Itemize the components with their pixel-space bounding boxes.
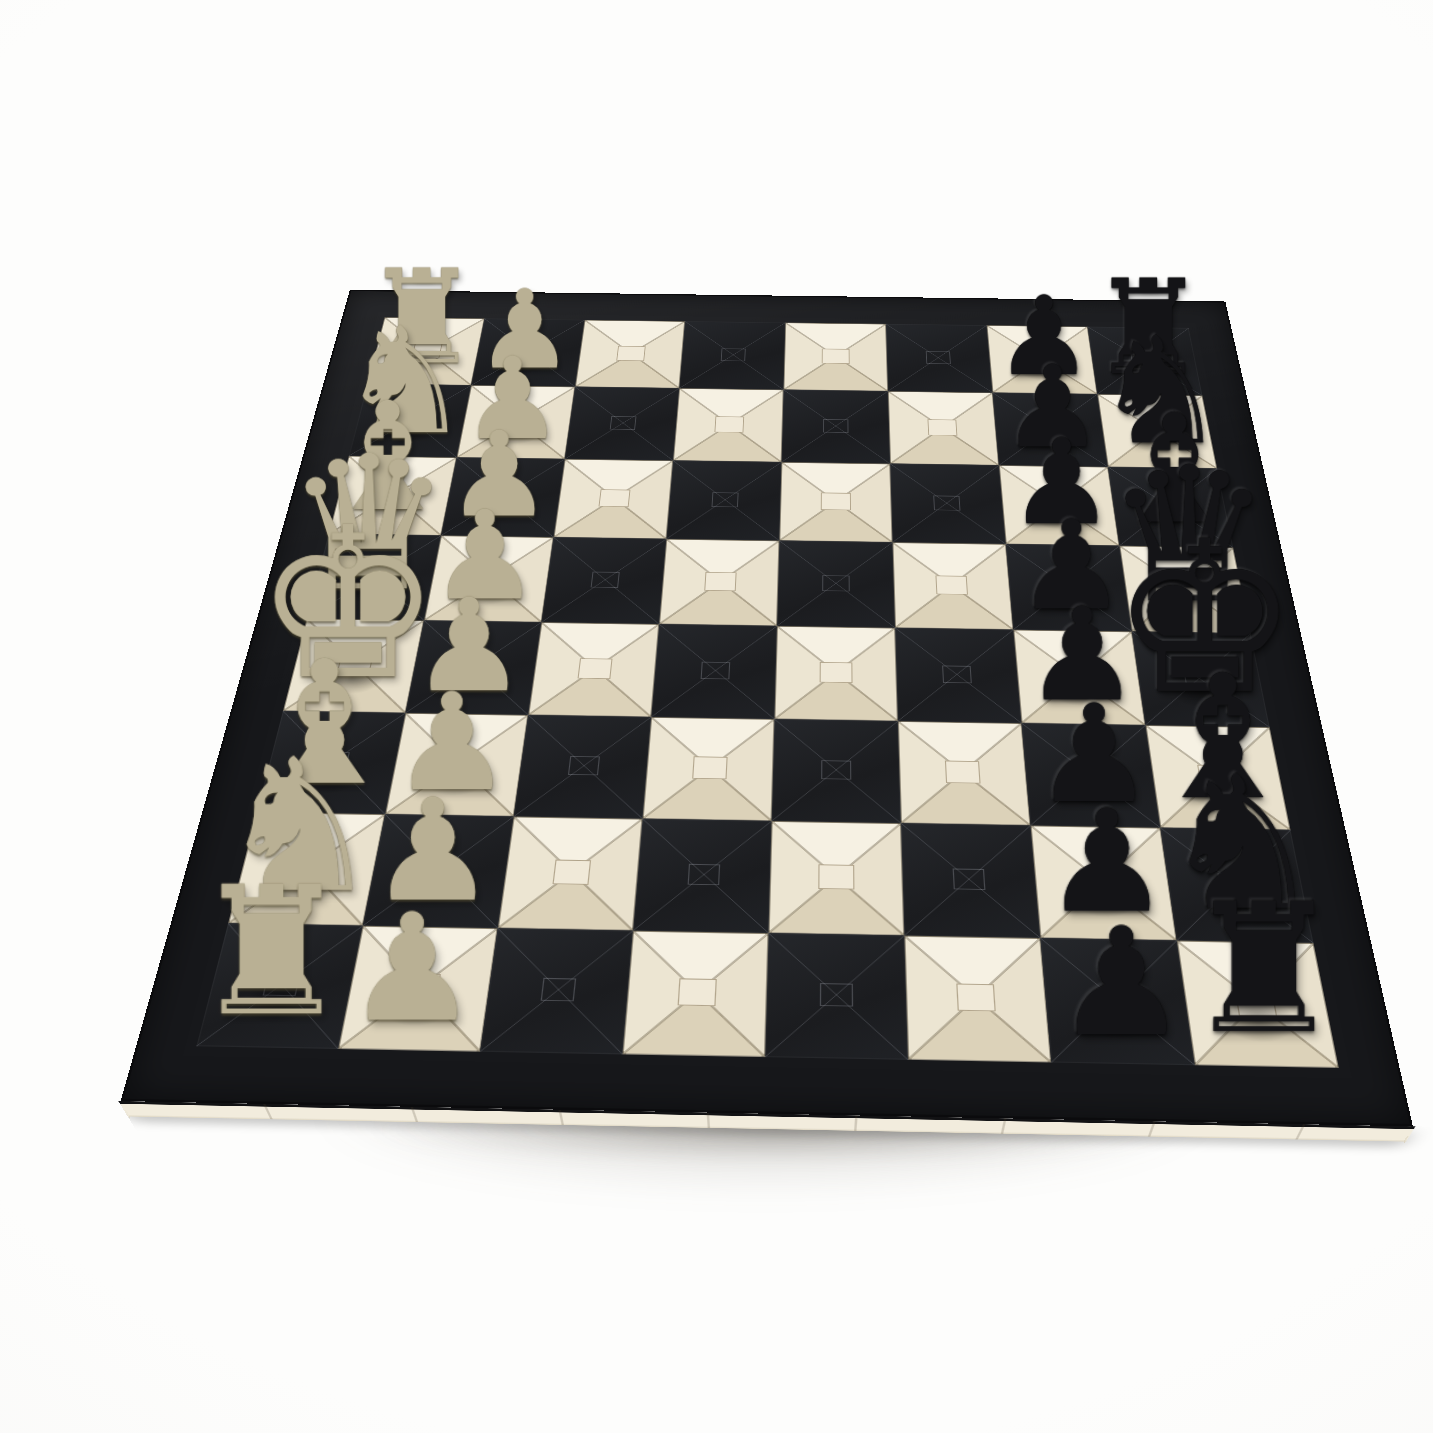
square-e7: ♟ (1013, 630, 1145, 725)
square-h5 (765, 933, 908, 1060)
square-h1: ♜ (196, 923, 362, 1049)
square-b1: ♞ (349, 384, 471, 458)
square-c5 (779, 462, 892, 542)
square-a4 (679, 321, 785, 389)
square-a2: ♟ (471, 319, 585, 387)
square-h2: ♟ (338, 926, 498, 1052)
square-d4 (659, 539, 779, 626)
square-b4 (673, 388, 783, 462)
square-e4 (651, 624, 777, 719)
square-e6 (895, 628, 1021, 723)
square-g5 (769, 821, 905, 936)
square-f4 (643, 717, 775, 821)
square-h4 (622, 931, 768, 1057)
board-grid: ♜♟♟♜♞♟♟♞♝♟♟♝♛♟♟♛♚♟♟♚♝♟♟♝♞♟♟♞♜♟♟♜ (196, 317, 1338, 1068)
square-e2: ♟ (405, 620, 541, 715)
square-d2: ♟ (424, 536, 554, 623)
square-c2: ♟ (441, 457, 565, 537)
square-f7: ♟ (1022, 723, 1161, 828)
square-b7: ♟ (993, 393, 1108, 467)
square-h7: ♟ (1040, 938, 1195, 1065)
square-c4 (666, 461, 781, 541)
square-c3 (554, 459, 673, 539)
square-g4 (633, 819, 772, 933)
square-c7: ♟ (999, 465, 1119, 545)
square-h8: ♜ (1177, 941, 1339, 1068)
square-h3 (480, 928, 633, 1054)
square-b5 (782, 390, 891, 464)
square-b6 (888, 391, 999, 465)
square-f6 (898, 721, 1031, 825)
square-g1: ♞ (228, 812, 385, 926)
square-f8: ♝ (1145, 725, 1290, 830)
square-b3 (565, 387, 679, 461)
photo-scene: ♜♟♟♜♞♟♟♞♝♟♟♝♛♟♟♛♚♟♟♚♝♟♟♝♞♟♟♞♜♟♟♜ (0, 0, 1433, 1433)
square-g7: ♟ (1031, 825, 1177, 940)
square-d5 (777, 541, 895, 628)
product-photo-page: { "game": "chess", "scene": { "descripti… (0, 0, 1433, 1433)
square-a7: ♟ (987, 325, 1098, 394)
square-h6 (904, 936, 1051, 1063)
square-a6 (886, 324, 993, 393)
square-e1: ♚ (283, 619, 424, 713)
square-d8: ♛ (1119, 546, 1250, 634)
square-a8: ♜ (1088, 327, 1203, 396)
square-c6 (890, 464, 1006, 544)
square-c8: ♝ (1108, 467, 1233, 548)
square-d3 (541, 537, 666, 624)
square-b2: ♟ (457, 385, 575, 459)
board-frame: ♜♟♟♜♞♟♟♞♝♟♟♝♛♟♟♛♚♟♟♚♝♟♟♝♞♟♟♞♜♟♟♜ (121, 290, 1413, 1126)
square-d1: ♛ (307, 534, 441, 621)
square-a3 (575, 320, 685, 388)
square-a1: ♜ (367, 317, 484, 385)
square-e8: ♚ (1132, 632, 1270, 728)
square-d7: ♟ (1006, 544, 1132, 631)
square-f3 (514, 715, 651, 819)
square-b8: ♞ (1097, 394, 1217, 468)
square-f1: ♝ (257, 711, 406, 814)
square-c1: ♝ (329, 456, 457, 536)
square-g8: ♞ (1160, 828, 1313, 943)
square-g2: ♟ (363, 814, 514, 928)
square-f2: ♟ (385, 713, 528, 817)
square-d6 (893, 542, 1014, 629)
square-a5 (784, 323, 888, 392)
square-e5 (774, 626, 897, 721)
square-g3 (498, 817, 643, 931)
square-g6 (901, 823, 1040, 938)
square-e3 (528, 622, 659, 717)
chess-board: ♜♟♟♜♞♟♟♞♝♟♟♝♛♟♟♛♚♟♟♚♝♟♟♝♞♟♟♞♜♟♟♜ (121, 290, 1413, 1126)
square-f5 (772, 719, 901, 823)
